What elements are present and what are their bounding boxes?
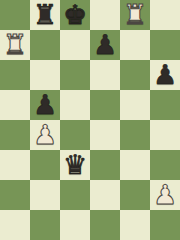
square[interactable] [120,120,150,150]
square[interactable] [60,90,90,120]
square[interactable] [120,150,150,180]
square[interactable] [60,120,90,150]
square[interactable] [30,30,60,60]
square[interactable] [90,90,120,120]
chess-board: ♜♚♜♜♟♟♟♟♛♟ [0,0,180,240]
square[interactable] [30,60,60,90]
white-pawn[interactable]: ♟ [153,180,177,210]
square[interactable] [30,150,60,180]
square[interactable]: ♟ [90,30,120,60]
black-king[interactable]: ♚ [63,0,87,30]
square[interactable] [0,150,30,180]
square[interactable]: ♟ [150,60,180,90]
square[interactable] [90,120,120,150]
square[interactable] [120,210,150,240]
square[interactable] [30,180,60,210]
square[interactable] [150,0,180,30]
square[interactable] [120,90,150,120]
square[interactable] [150,210,180,240]
black-queen[interactable]: ♛ [63,150,87,180]
square[interactable] [0,90,30,120]
black-pawn[interactable]: ♟ [33,90,57,120]
square[interactable] [0,0,30,30]
square[interactable] [0,180,30,210]
square[interactable] [90,150,120,180]
square[interactable] [90,60,120,90]
black-rook[interactable]: ♜ [33,0,57,30]
square[interactable] [150,90,180,120]
square[interactable] [150,150,180,180]
square[interactable] [60,30,90,60]
square[interactable] [60,210,90,240]
square[interactable] [90,210,120,240]
square[interactable] [30,210,60,240]
square[interactable]: ♜ [0,30,30,60]
square[interactable] [0,210,30,240]
white-rook[interactable]: ♜ [123,0,147,30]
white-rook[interactable]: ♜ [3,30,27,60]
square[interactable] [120,180,150,210]
square[interactable] [150,120,180,150]
square[interactable]: ♟ [150,180,180,210]
black-pawn[interactable]: ♟ [93,30,117,60]
square[interactable]: ♟ [30,90,60,120]
square[interactable] [90,0,120,30]
square[interactable] [120,60,150,90]
square[interactable]: ♜ [30,0,60,30]
square[interactable]: ♚ [60,0,90,30]
square[interactable]: ♜ [120,0,150,30]
square[interactable] [150,30,180,60]
square[interactable] [0,60,30,90]
black-pawn[interactable]: ♟ [153,60,177,90]
square[interactable] [60,60,90,90]
square[interactable] [0,120,30,150]
square[interactable] [90,180,120,210]
white-pawn[interactable]: ♟ [33,120,57,150]
square[interactable]: ♟ [30,120,60,150]
square[interactable] [120,30,150,60]
square[interactable]: ♛ [60,150,90,180]
square[interactable] [60,180,90,210]
